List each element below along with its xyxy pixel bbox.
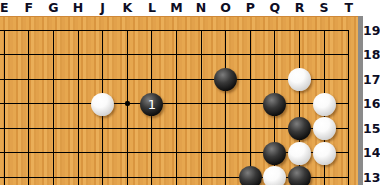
grid-line-col-T <box>348 30 349 186</box>
stone-black-R13[interactable] <box>288 166 311 185</box>
column-labels: EFGHJKLMNOPQRST <box>0 0 380 16</box>
grid-line-col-E <box>4 30 5 186</box>
row-labels: 19181716151413 <box>363 16 380 185</box>
col-label-P: P <box>246 1 255 15</box>
grid-line-col-H <box>78 30 79 186</box>
col-label-T: T <box>344 1 353 15</box>
stone-white-S16[interactable] <box>313 93 336 116</box>
stone-black-Q14[interactable] <box>263 142 286 165</box>
stone-black-L16[interactable]: 1 <box>140 93 163 116</box>
stone-white-R14[interactable] <box>288 142 311 165</box>
stone-white-J16[interactable] <box>91 93 114 116</box>
row-label-13: 13 <box>363 170 380 185</box>
col-label-R: R <box>295 1 305 15</box>
col-label-J: J <box>100 1 105 15</box>
col-label-S: S <box>320 1 329 15</box>
row-label-14: 14 <box>363 145 380 160</box>
grid-line-col-F <box>28 30 29 186</box>
col-label-E: E <box>0 1 9 15</box>
star-point-K16 <box>125 101 130 106</box>
col-label-N: N <box>196 1 206 15</box>
col-label-O: O <box>220 1 231 15</box>
col-label-L: L <box>148 1 156 15</box>
col-label-Q: Q <box>270 1 281 15</box>
col-label-M: M <box>170 1 182 15</box>
row-label-16: 16 <box>363 96 380 111</box>
grid-line-col-N <box>201 30 202 186</box>
col-label-G: G <box>48 1 58 15</box>
stone-black-Q16[interactable] <box>263 93 286 116</box>
row-label-15: 15 <box>363 121 380 136</box>
move-number-label: 1 <box>148 98 156 111</box>
grid-line-col-K <box>127 30 128 186</box>
stone-black-P13[interactable] <box>239 166 262 185</box>
row-label-17: 17 <box>363 72 380 87</box>
stone-white-S15[interactable] <box>313 117 336 140</box>
row-label-18: 18 <box>363 47 380 62</box>
col-label-F: F <box>25 1 34 15</box>
go-app-board-view: EFGHJKLMNOPQRST 19181716151413 1 <box>0 0 380 185</box>
grid-line-col-G <box>53 30 54 186</box>
grid-line-col-M <box>176 30 177 186</box>
col-label-H: H <box>73 1 83 15</box>
stone-white-R17[interactable] <box>288 68 311 91</box>
col-label-K: K <box>122 1 132 15</box>
row-label-19: 19 <box>363 23 380 38</box>
grid-line-col-P <box>250 30 251 186</box>
stone-white-S14[interactable] <box>313 142 336 165</box>
grid-line-col-O <box>225 30 226 186</box>
stone-white-Q13[interactable] <box>263 166 286 185</box>
